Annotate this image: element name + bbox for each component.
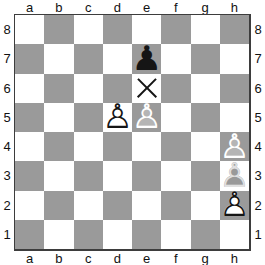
square-h8 (220, 15, 249, 44)
square-c1 (74, 220, 103, 249)
square-a7 (15, 44, 44, 73)
square-h7 (220, 44, 249, 73)
file-label-top-g: g (191, 0, 220, 15)
square-b8 (44, 15, 73, 44)
chess-diagram: abcdefgh abcdefgh 87654321 87654321 ♟♟♙♟… (0, 0, 265, 265)
square-c4 (74, 132, 103, 161)
piece-fill-glyph: ♟ (131, 41, 161, 75)
square-e4 (132, 132, 161, 161)
file-label-top-d: d (103, 0, 132, 15)
square-g6 (191, 74, 220, 103)
square-b7 (44, 44, 73, 73)
square-d5: ♟♙ (103, 103, 132, 132)
square-a5 (15, 103, 44, 132)
file-label-bottom-c: c (74, 251, 103, 265)
square-e2 (132, 191, 161, 220)
square-a3 (15, 161, 44, 190)
rank-label-right-8: 8 (251, 15, 265, 44)
square-c5 (74, 103, 103, 132)
square-g3 (191, 161, 220, 190)
square-b2 (44, 191, 73, 220)
file-label-bottom-e: e (132, 251, 161, 265)
rank-label-left-8: 8 (0, 15, 14, 44)
square-e3 (132, 161, 161, 190)
square-f6 (161, 74, 190, 103)
square-f5 (161, 103, 190, 132)
square-e1 (132, 220, 161, 249)
file-labels-top: abcdefgh (15, 0, 249, 14)
square-a6 (15, 74, 44, 103)
square-f3 (161, 161, 190, 190)
square-d7 (103, 44, 132, 73)
square-d4 (103, 132, 132, 161)
rank-labels-right: 87654321 (251, 15, 265, 249)
rank-labels-left: 87654321 (0, 15, 14, 249)
square-a4 (15, 132, 44, 161)
rank-label-right-7: 7 (251, 44, 265, 73)
square-e5: ♟♙ (132, 103, 161, 132)
square-f8 (161, 15, 190, 44)
square-f7 (161, 44, 190, 73)
rank-label-left-4: 4 (0, 132, 14, 161)
square-d2 (103, 191, 132, 220)
square-d1 (103, 220, 132, 249)
piece-outline-glyph: ♙ (219, 187, 249, 221)
square-c6 (74, 74, 103, 103)
file-label-bottom-a: a (15, 251, 44, 265)
rank-label-left-2: 2 (0, 191, 14, 220)
square-g2 (191, 191, 220, 220)
rank-label-right-3: 3 (251, 161, 265, 190)
rank-label-right-4: 4 (251, 132, 265, 161)
file-labels-bottom: abcdefgh (15, 251, 249, 265)
square-c8 (74, 15, 103, 44)
file-label-top-b: b (44, 0, 73, 15)
square-g8 (191, 15, 220, 44)
square-h1 (220, 220, 249, 249)
square-g7 (191, 44, 220, 73)
file-label-bottom-d: d (103, 251, 132, 265)
square-a1 (15, 220, 44, 249)
rank-label-left-7: 7 (0, 44, 14, 73)
square-b4 (44, 132, 73, 161)
square-b5 (44, 103, 73, 132)
rank-label-left-1: 1 (0, 220, 14, 249)
rank-label-left-5: 5 (0, 103, 14, 132)
square-b6 (44, 74, 73, 103)
square-e7: ♟ (132, 44, 161, 73)
piece-outline-glyph: ♙ (102, 99, 132, 133)
square-h6 (220, 74, 249, 103)
rank-label-right-6: 6 (251, 74, 265, 103)
square-h2: ♟♙ (220, 191, 249, 220)
file-label-top-c: c (74, 0, 103, 15)
file-label-bottom-g: g (191, 251, 220, 265)
white-pawn-d5: ♟♙ (103, 103, 132, 132)
square-c2 (74, 191, 103, 220)
square-g4 (191, 132, 220, 161)
black-pawn-e7: ♟ (132, 44, 161, 73)
piece-outline-glyph: ♙ (131, 99, 161, 133)
square-a2 (15, 191, 44, 220)
file-label-bottom-f: f (161, 251, 190, 265)
square-f1 (161, 220, 190, 249)
square-a8 (15, 15, 44, 44)
rank-label-right-1: 1 (251, 220, 265, 249)
chess-board: ♟♟♙♟♙♟♙♟♙♟♙ (14, 14, 251, 251)
square-g1 (191, 220, 220, 249)
square-f4 (161, 132, 190, 161)
square-f2 (161, 191, 190, 220)
square-d3 (103, 161, 132, 190)
file-label-top-h: h (220, 0, 249, 15)
white-pawn-h2: ♟♙ (220, 191, 249, 220)
file-label-top-a: a (15, 0, 44, 15)
file-label-bottom-h: h (220, 251, 249, 265)
square-c7 (74, 44, 103, 73)
ghost-white-pawn-e5: ♟♙ (132, 103, 161, 132)
file-label-top-f: f (161, 0, 190, 15)
rank-label-left-3: 3 (0, 161, 14, 190)
file-label-bottom-b: b (44, 251, 73, 265)
file-label-top-e: e (132, 0, 161, 15)
square-b3 (44, 161, 73, 190)
square-b1 (44, 220, 73, 249)
square-g5 (191, 103, 220, 132)
square-c3 (74, 161, 103, 190)
square-d8 (103, 15, 132, 44)
rank-label-left-6: 6 (0, 74, 14, 103)
rank-label-right-5: 5 (251, 103, 265, 132)
rank-label-right-2: 2 (251, 191, 265, 220)
